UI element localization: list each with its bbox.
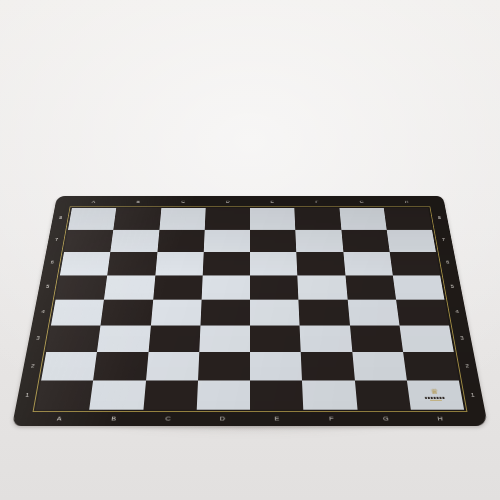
square-c7 [157,229,204,251]
file-labels-top: ABCDEFGH [71,199,429,205]
file-label-top: H [384,199,430,205]
rank-label-right: 8 [433,207,446,229]
photo-backdrop: ABCDEFGH ABCDEFGH 87654321 87654321 ♕ [0,0,500,500]
square-h3 [399,325,454,352]
square-a7 [64,229,113,251]
square-f1 [302,380,357,410]
square-b7 [111,229,159,251]
square-f7 [295,229,342,251]
square-c4 [150,300,201,326]
file-label-top: A [71,199,117,205]
rank-label-right: 1 [465,381,481,411]
square-f6 [296,252,345,275]
square-e2 [250,352,302,380]
square-b3 [97,325,150,352]
square-a8 [68,208,116,229]
file-label-bottom: D [195,414,250,424]
file-label-bottom: B [86,414,142,424]
square-d2 [198,352,250,380]
square-a4 [51,300,104,326]
square-f8 [295,208,341,229]
square-a2 [41,352,97,380]
crown-icon: ♕ [430,389,439,396]
rank-label-right: 4 [450,299,465,325]
square-d7 [204,229,250,251]
rank-label-right: 6 [441,251,455,275]
square-f5 [298,275,348,299]
square-e6 [250,252,298,275]
square-e5 [250,275,299,299]
square-g5 [345,275,396,299]
square-b2 [93,352,148,380]
file-label-bottom: H [413,414,469,424]
board-pinstripe-frame: ♕ [33,206,468,412]
rank-label-right: 2 [459,352,475,380]
file-labels-bottom: ABCDEFGH [31,414,468,424]
brand-subline [430,400,442,401]
square-d6 [202,252,250,275]
square-g4 [347,300,399,326]
square-h7 [386,229,435,251]
brand-wordmark [425,397,446,399]
square-h6 [389,252,440,275]
chess-mat: ABCDEFGH ABCDEFGH 87654321 87654321 ♕ [12,196,488,426]
square-d4 [200,300,250,326]
square-h2 [403,352,459,380]
brand-logo: ♕ [407,380,464,410]
square-c1 [143,380,198,410]
square-b8 [114,208,161,229]
square-e3 [250,325,301,352]
file-label-top: G [339,199,384,205]
square-a3 [46,325,101,352]
square-d8 [205,208,250,229]
square-e1 [250,380,304,410]
square-c8 [159,208,205,229]
square-d5 [201,275,250,299]
square-g6 [343,252,393,275]
square-g1 [354,380,410,410]
file-label-top: B [116,199,161,205]
square-g2 [352,352,407,380]
square-e8 [250,208,295,229]
square-c6 [155,252,204,275]
square-b5 [104,275,155,299]
square-c5 [153,275,203,299]
file-label-bottom: F [304,414,359,424]
file-label-bottom: G [358,414,414,424]
square-d1 [196,380,250,410]
file-label-top: D [205,199,250,205]
square-g8 [339,208,386,229]
file-label-bottom: C [141,414,196,424]
square-a1 [36,380,93,410]
square-a5 [56,275,108,299]
file-label-bottom: E [250,414,305,424]
square-h5 [393,275,445,299]
square-h4 [396,300,449,326]
square-c2 [146,352,199,380]
square-c3 [148,325,200,352]
square-f3 [300,325,352,352]
square-h8 [384,208,432,229]
square-b1 [89,380,145,410]
square-g7 [341,229,389,251]
square-e4 [250,300,300,326]
square-a6 [60,252,111,275]
chess-board: ♕ [36,208,464,410]
file-label-bottom: A [31,414,87,424]
file-label-top: F [295,199,340,205]
file-label-top: C [160,199,205,205]
square-b6 [107,252,157,275]
rank-label-right: 3 [454,325,469,352]
square-e7 [250,229,296,251]
file-label-top: E [250,199,295,205]
square-g3 [350,325,403,352]
square-h1: ♕ [407,380,464,410]
square-f2 [301,352,354,380]
rank-label-right: 5 [445,275,459,300]
rank-label-right: 7 [437,229,451,252]
square-d3 [199,325,250,352]
square-f4 [299,300,350,326]
square-b4 [101,300,153,326]
